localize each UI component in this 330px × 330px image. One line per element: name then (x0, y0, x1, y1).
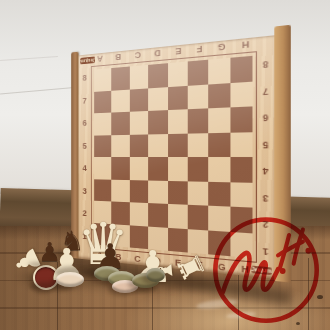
mh-stamp (203, 213, 330, 330)
white-disc (56, 272, 84, 287)
photo-scene: Jeujura ABCDEFGH ABCDEFGH 87654321 87654… (0, 0, 330, 330)
olive-disc-4 (146, 268, 165, 282)
